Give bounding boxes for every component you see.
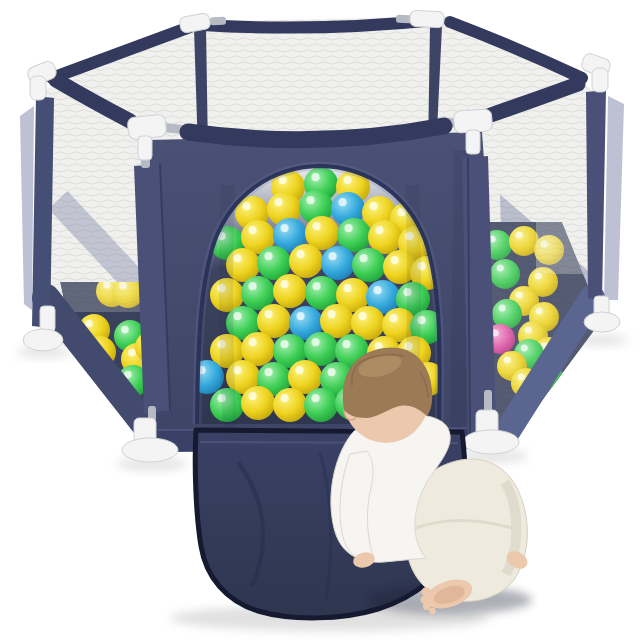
ball-yellow (289, 244, 323, 278)
ball-highlight (338, 198, 346, 206)
ball-yellow (273, 388, 307, 422)
ball-highlight (342, 340, 350, 348)
ball-highlight (311, 173, 319, 181)
ball-highlight (264, 310, 272, 318)
ball-highlight (242, 202, 250, 210)
ball-highlight (248, 282, 256, 290)
ball-highlight (280, 224, 288, 232)
ball-highlight (311, 394, 319, 402)
ball-highlight (389, 314, 397, 322)
ball-highlight (312, 222, 320, 230)
ball-green (352, 248, 386, 282)
ball-highlight (327, 368, 335, 376)
ball-highlight (343, 176, 351, 184)
ball-highlight (311, 338, 319, 346)
ball-highlight (295, 366, 303, 374)
metal-pole-segment (484, 390, 492, 412)
ball-green (304, 388, 338, 422)
ball-highlight (312, 282, 320, 290)
ball-highlight (369, 202, 377, 210)
ball-highlight (121, 326, 129, 334)
ball-highlight (375, 226, 383, 234)
ball-highlight (296, 250, 304, 258)
ball-highlight (264, 368, 272, 376)
metal-pin (210, 16, 227, 25)
ball-blue (321, 246, 355, 280)
ball-highlight (390, 256, 398, 264)
ball-highlight (327, 310, 335, 318)
ball-highlight (280, 280, 288, 288)
ball-highlight (358, 312, 366, 320)
ball-highlight (274, 198, 282, 206)
product-photo-baby-playpen (0, 0, 640, 640)
ball-yellow (241, 386, 275, 420)
ball-highlight (280, 340, 288, 348)
fabric-fold (458, 150, 462, 440)
ball-highlight (233, 312, 241, 320)
ball-highlight (280, 394, 288, 402)
ball-highlight (128, 349, 136, 357)
ball-highlight (306, 196, 314, 204)
ball-highlight (344, 224, 352, 232)
corner-connector-back-right (410, 10, 445, 28)
ball-highlight (296, 312, 304, 320)
ball-highlight (248, 338, 256, 346)
ball-highlight (248, 226, 256, 234)
ball-highlight (248, 392, 256, 400)
ball-highlight (264, 252, 272, 260)
ball-highlight (359, 254, 367, 262)
ball-yellow (273, 274, 307, 308)
ball-highlight (233, 254, 241, 262)
ball-highlight (328, 252, 336, 260)
ball-highlight (85, 320, 93, 328)
ball-highlight (233, 366, 241, 374)
ball-highlight (343, 284, 351, 292)
ball-highlight (373, 286, 381, 294)
